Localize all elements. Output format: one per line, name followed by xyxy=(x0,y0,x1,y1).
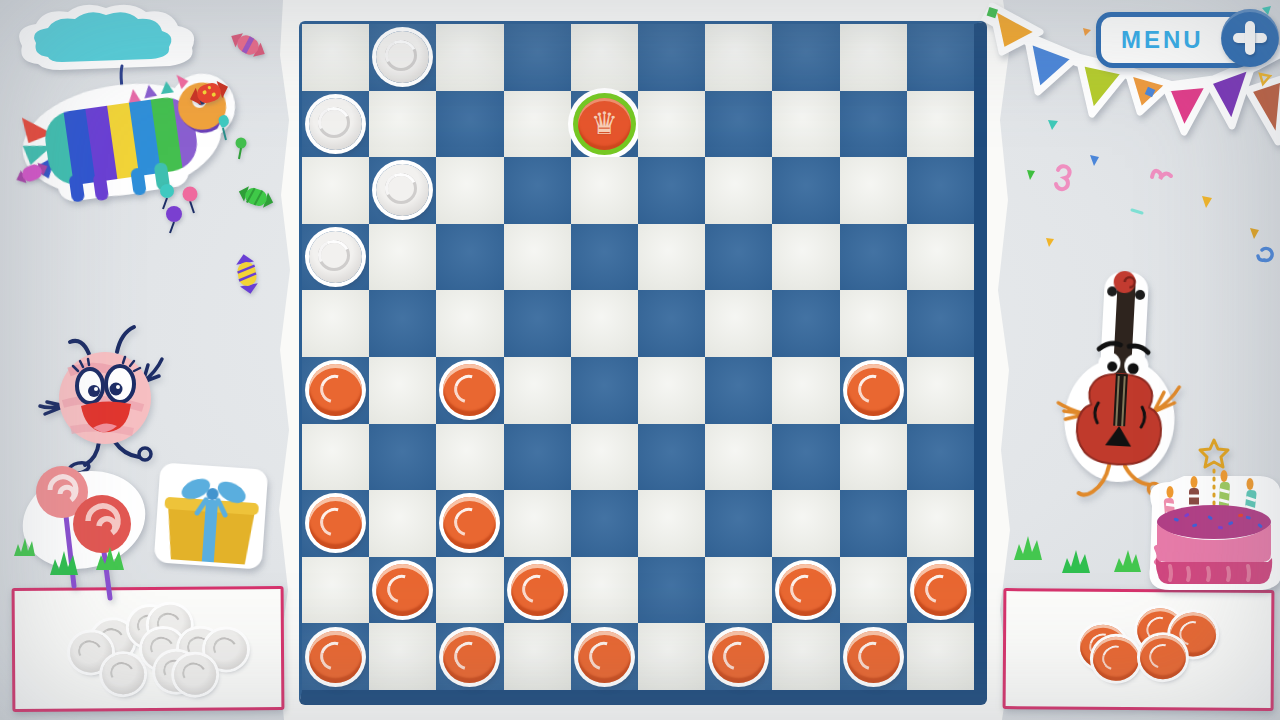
ball-character xyxy=(40,327,162,475)
square-r5c6[interactable] xyxy=(638,290,705,357)
square-r5c9[interactable] xyxy=(840,290,907,357)
square-r8c7[interactable] xyxy=(705,490,772,557)
square-r6c6[interactable] xyxy=(638,357,705,424)
candy-stickers xyxy=(13,29,275,296)
square-r4c8[interactable] xyxy=(772,224,839,291)
captured-white-piece xyxy=(102,654,144,694)
square-r5c3[interactable] xyxy=(436,290,503,357)
orange-piece[interactable] xyxy=(914,564,967,616)
square-r7c3[interactable] xyxy=(436,424,503,491)
square-r2c3[interactable] xyxy=(436,91,503,158)
square-r7c9[interactable] xyxy=(840,424,907,491)
square-r8c4[interactable] xyxy=(504,490,571,557)
sprinkles xyxy=(1173,513,1263,530)
candles xyxy=(1164,470,1257,532)
square-r7c6[interactable] xyxy=(638,424,705,491)
square-r4c9[interactable] xyxy=(840,224,907,291)
square-r7c2[interactable] xyxy=(369,424,436,491)
square-r6c4[interactable] xyxy=(504,357,571,424)
square-r9c2[interactable] xyxy=(369,557,436,624)
square-r10c7[interactable] xyxy=(705,623,772,690)
square-r5c2[interactable] xyxy=(369,290,436,357)
square-r2c5[interactable]: ♛ xyxy=(571,91,638,158)
square-r7c10[interactable] xyxy=(907,424,974,491)
square-r1c2[interactable] xyxy=(369,24,436,91)
orange-piece[interactable] xyxy=(309,631,362,683)
square-r5c5[interactable] xyxy=(571,290,638,357)
orange-piece[interactable] xyxy=(376,564,429,616)
orange-piece[interactable] xyxy=(578,631,631,683)
square-r6c3[interactable] xyxy=(436,357,503,424)
game-screen: { "game": "checkers", "variant": "intern… xyxy=(0,0,1280,720)
square-r6c8[interactable] xyxy=(772,357,839,424)
captured-white-piece xyxy=(174,655,216,695)
square-r9c6[interactable] xyxy=(638,557,705,624)
square-r1c3[interactable] xyxy=(436,24,503,91)
square-r4c4[interactable] xyxy=(504,224,571,291)
orange-king-piece[interactable]: ♛ xyxy=(578,98,631,150)
square-r1c9[interactable] xyxy=(840,24,907,91)
square-r7c1[interactable] xyxy=(302,424,369,491)
square-r2c4[interactable] xyxy=(504,91,571,158)
violin-character xyxy=(1054,268,1186,500)
square-r2c1[interactable] xyxy=(302,91,369,158)
square-r7c7[interactable] xyxy=(705,424,772,491)
square-r3c3[interactable] xyxy=(436,157,503,224)
lollipop-sticker xyxy=(12,458,156,598)
square-r5c10[interactable] xyxy=(907,290,974,357)
captured-white-tray xyxy=(12,586,285,712)
square-r9c5[interactable] xyxy=(571,557,638,624)
square-r1c4[interactable] xyxy=(504,24,571,91)
captured-orange-piece xyxy=(1140,635,1186,679)
square-r4c5[interactable] xyxy=(571,224,638,291)
white-piece[interactable] xyxy=(376,164,429,216)
white-piece[interactable] xyxy=(309,231,362,283)
square-r5c1[interactable] xyxy=(302,290,369,357)
square-r3c2[interactable] xyxy=(369,157,436,224)
square-r2c8[interactable] xyxy=(772,91,839,158)
square-r3c7[interactable] xyxy=(705,157,772,224)
square-r5c4[interactable] xyxy=(504,290,571,357)
square-r9c1[interactable] xyxy=(302,557,369,624)
gift-sticker xyxy=(154,462,269,569)
square-r10c9[interactable] xyxy=(840,623,907,690)
square-r8c6[interactable] xyxy=(638,490,705,557)
square-r9c7[interactable] xyxy=(705,557,772,624)
square-r9c9[interactable] xyxy=(840,557,907,624)
square-r1c10[interactable] xyxy=(907,24,974,91)
square-r7c4[interactable] xyxy=(504,424,571,491)
orange-piece[interactable] xyxy=(847,631,900,683)
square-r10c3[interactable] xyxy=(436,623,503,690)
square-r4c3[interactable] xyxy=(436,224,503,291)
square-r8c9[interactable] xyxy=(840,490,907,557)
square-r4c10[interactable] xyxy=(907,224,974,291)
square-r6c9[interactable] xyxy=(840,357,907,424)
square-r8c5[interactable] xyxy=(571,490,638,557)
square-r10c4[interactable] xyxy=(504,623,571,690)
square-r2c7[interactable] xyxy=(705,91,772,158)
square-r2c10[interactable] xyxy=(907,91,974,158)
orange-piece[interactable] xyxy=(443,631,496,683)
square-r10c5[interactable] xyxy=(571,623,638,690)
square-r3c8[interactable] xyxy=(772,157,839,224)
mini-lollipops xyxy=(160,184,198,233)
square-r8c8[interactable] xyxy=(772,490,839,557)
square-r7c5[interactable] xyxy=(571,424,638,491)
orange-piece[interactable] xyxy=(443,364,496,416)
square-r9c4[interactable] xyxy=(504,557,571,624)
square-r8c1[interactable] xyxy=(302,490,369,557)
string-arrow xyxy=(113,66,129,104)
square-r3c1[interactable] xyxy=(302,157,369,224)
square-r1c8[interactable] xyxy=(772,24,839,91)
captured-orange-piece xyxy=(1093,637,1139,681)
square-r3c9[interactable] xyxy=(840,157,907,224)
square-r6c1[interactable] xyxy=(302,357,369,424)
square-r3c4[interactable] xyxy=(504,157,571,224)
grass-tufts-right xyxy=(1014,536,1141,573)
white-piece[interactable] xyxy=(309,98,362,150)
square-r9c3[interactable] xyxy=(436,557,503,624)
square-r10c2[interactable] xyxy=(369,623,436,690)
square-r10c6[interactable] xyxy=(638,623,705,690)
square-r6c5[interactable] xyxy=(571,357,638,424)
square-r4c7[interactable] xyxy=(705,224,772,291)
square-r6c7[interactable] xyxy=(705,357,772,424)
square-r10c10[interactable] xyxy=(907,623,974,690)
plus-button[interactable] xyxy=(1221,9,1279,67)
orange-piece[interactable] xyxy=(779,564,832,616)
square-r7c8[interactable] xyxy=(772,424,839,491)
square-r9c10[interactable] xyxy=(907,557,974,624)
menu-label: MENU xyxy=(1121,26,1204,54)
white-piece[interactable] xyxy=(376,31,429,83)
square-r4c1[interactable] xyxy=(302,224,369,291)
grass-tufts-left xyxy=(14,538,124,575)
birthday-cake-sticker xyxy=(1149,440,1280,590)
square-r6c2[interactable] xyxy=(369,357,436,424)
orange-piece[interactable] xyxy=(443,497,496,549)
orange-piece[interactable] xyxy=(847,364,900,416)
square-r4c6[interactable] xyxy=(638,224,705,291)
square-r9c8[interactable] xyxy=(772,557,839,624)
square-r8c3[interactable] xyxy=(436,490,503,557)
square-r2c9[interactable] xyxy=(840,91,907,158)
square-r2c6[interactable] xyxy=(638,91,705,158)
cloud-sticker xyxy=(19,5,194,70)
square-r3c6[interactable] xyxy=(638,157,705,224)
crown-icon: ♛ xyxy=(578,98,631,150)
square-r3c10[interactable] xyxy=(907,157,974,224)
square-r6c10[interactable] xyxy=(907,357,974,424)
square-r5c8[interactable] xyxy=(772,290,839,357)
square-r3c5[interactable] xyxy=(571,157,638,224)
balloon-doodles xyxy=(219,115,247,159)
orange-piece[interactable] xyxy=(712,631,765,683)
orange-piece[interactable] xyxy=(511,564,564,616)
square-r10c8[interactable] xyxy=(772,623,839,690)
menu-button[interactable]: MENU xyxy=(1096,12,1252,68)
square-r8c10[interactable] xyxy=(907,490,974,557)
square-r1c7[interactable] xyxy=(705,24,772,91)
captured-orange-tray xyxy=(1003,588,1275,711)
orange-piece[interactable] xyxy=(309,364,362,416)
square-r10c1[interactable] xyxy=(302,623,369,690)
square-r1c1[interactable] xyxy=(302,24,369,91)
square-r8c2[interactable] xyxy=(369,490,436,557)
square-r4c2[interactable] xyxy=(369,224,436,291)
board: ♛ xyxy=(302,24,974,690)
square-r2c2[interactable] xyxy=(369,91,436,158)
orange-piece[interactable] xyxy=(309,497,362,549)
square-r1c5[interactable] xyxy=(571,24,638,91)
pinata-sticker xyxy=(15,67,246,210)
square-r5c7[interactable] xyxy=(705,290,772,357)
square-r1c6[interactable] xyxy=(638,24,705,91)
board-frame: ♛ xyxy=(299,21,987,705)
